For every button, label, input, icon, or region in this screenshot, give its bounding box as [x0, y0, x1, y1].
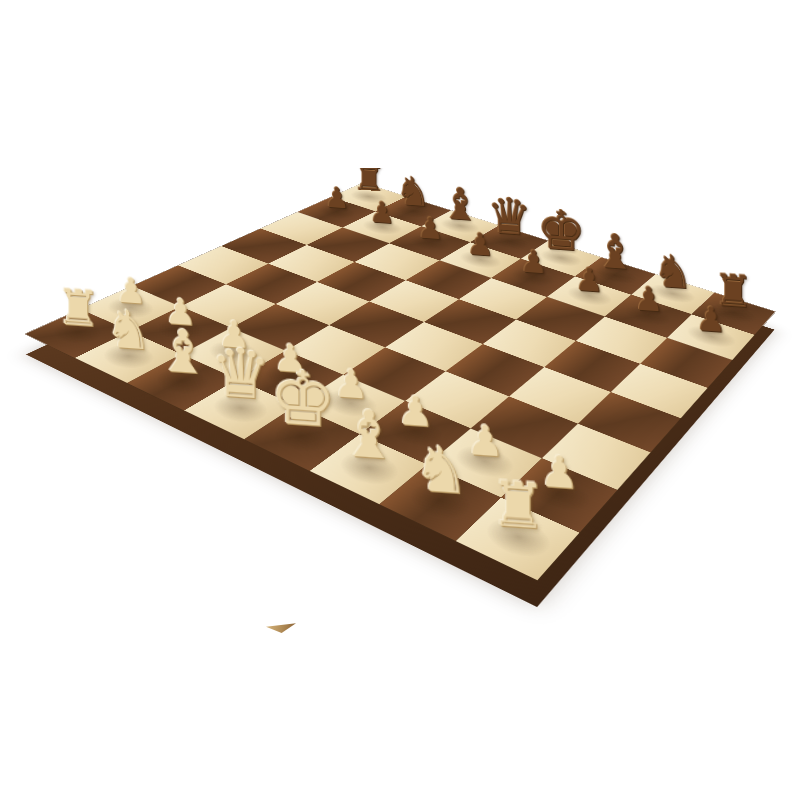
photo-left-margin [0, 0, 6, 800]
chess-set-product-photo: ♜♞♝♛♚♝♞♜♟♟♟♟♟♟♟♟♟♟♟♟♟♟♟♟♜♞♝♛♚♝♞♜ [0, 0, 800, 800]
piece-white-pawn-g2[interactable]: ♟ [466, 418, 504, 462]
piece-white-bishop-f1[interactable]: ♝ [340, 400, 399, 469]
piece-black-pawn-g7[interactable]: ♟ [634, 282, 663, 317]
piece-white-pawn-f2[interactable]: ♟ [398, 389, 434, 432]
piece-white-queen-d1[interactable]: ♛ [210, 338, 271, 410]
photo-crop-mask [0, 0, 800, 168]
piece-white-bishop-c1[interactable]: ♝ [156, 320, 209, 382]
piece-white-rook-h1[interactable]: ♜ [490, 472, 546, 538]
piece-black-pawn-b7[interactable]: ♟ [369, 197, 395, 227]
board-plane: ♜♞♝♛♚♝♞♜♟♟♟♟♟♟♟♟♟♟♟♟♟♟♟♟♜♞♝♛♚♝♞♜ [25, 183, 775, 581]
piece-white-pawn-h2[interactable]: ♟ [540, 449, 579, 495]
photo-right-margin [794, 0, 800, 800]
piece-white-knight-b1[interactable]: ♞ [105, 302, 152, 358]
piece-white-king-e1[interactable]: ♚ [269, 359, 336, 439]
piece-black-pawn-d7[interactable]: ♟ [467, 228, 494, 260]
piece-black-bishop-c8[interactable]: ♝ [441, 181, 480, 227]
piece-white-knight-g1[interactable]: ♞ [413, 436, 469, 502]
piece-black-pawn-a7[interactable]: ♟ [324, 183, 349, 213]
piece-black-pawn-h7[interactable]: ♟ [696, 301, 726, 337]
wood-chip-fragment [266, 619, 296, 633]
piece-black-pawn-e7[interactable]: ♟ [520, 245, 548, 278]
piece-black-pawn-f7[interactable]: ♟ [575, 263, 604, 297]
piece-black-queen-d8[interactable]: ♛ [487, 190, 531, 243]
piece-black-pawn-c7[interactable]: ♟ [417, 212, 443, 243]
piece-white-rook-a1[interactable]: ♜ [56, 282, 100, 334]
piece-black-knight-b8[interactable]: ♞ [396, 171, 431, 212]
